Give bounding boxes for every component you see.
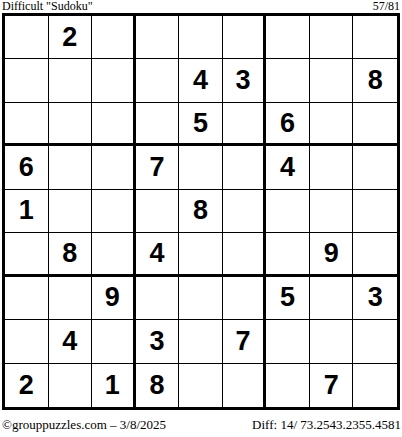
cell-r7c6[interactable] — [223, 277, 267, 320]
cell-r2c6[interactable]: 3 — [223, 59, 267, 102]
cell-r9c7[interactable] — [266, 364, 310, 407]
cell-r2c4[interactable] — [136, 59, 180, 102]
header: Difficult "Sudoku" 57/81 — [2, 0, 400, 13]
cell-r9c4[interactable]: 8 — [136, 364, 180, 407]
cell-r8c8[interactable] — [310, 320, 354, 363]
cell-r4c1[interactable]: 6 — [5, 146, 49, 189]
cell-r5c7[interactable] — [266, 190, 310, 233]
cell-r1c7[interactable] — [266, 16, 310, 59]
footer-copyright: ©grouppuzzles.com – 3/8/2025 — [2, 417, 166, 433]
cell-r3c5[interactable]: 5 — [179, 103, 223, 146]
cell-r9c8[interactable]: 7 — [310, 364, 354, 407]
footer: ©grouppuzzles.com – 3/8/2025 Diff: 14/ 7… — [2, 417, 401, 433]
cell-r6c1[interactable] — [5, 233, 49, 276]
cell-r2c9[interactable]: 8 — [353, 59, 397, 102]
cell-r3c7[interactable]: 6 — [266, 103, 310, 146]
cell-r1c3[interactable] — [92, 16, 136, 59]
cell-r4c2[interactable] — [49, 146, 93, 189]
cell-r1c1[interactable] — [5, 16, 49, 59]
cell-r4c8[interactable] — [310, 146, 354, 189]
footer-difficulty: Diff: 14/ 73.2543.2355.4581 — [252, 417, 401, 433]
cell-r5c3[interactable] — [92, 190, 136, 233]
cell-r6c4[interactable]: 4 — [136, 233, 180, 276]
cell-r7c7[interactable]: 5 — [266, 277, 310, 320]
cell-r9c9[interactable] — [353, 364, 397, 407]
cell-r7c5[interactable] — [179, 277, 223, 320]
cell-r7c2[interactable] — [49, 277, 93, 320]
cell-r2c5[interactable]: 4 — [179, 59, 223, 102]
cell-r3c2[interactable] — [49, 103, 93, 146]
cell-r3c6[interactable] — [223, 103, 267, 146]
cell-r7c9[interactable]: 3 — [353, 277, 397, 320]
cell-r4c5[interactable] — [179, 146, 223, 189]
cell-r1c9[interactable] — [353, 16, 397, 59]
cell-r4c6[interactable] — [223, 146, 267, 189]
cell-r6c2[interactable]: 8 — [49, 233, 93, 276]
cell-r4c4[interactable]: 7 — [136, 146, 180, 189]
cell-r4c7[interactable]: 4 — [266, 146, 310, 189]
cell-r2c7[interactable] — [266, 59, 310, 102]
cell-r6c5[interactable] — [179, 233, 223, 276]
cell-r5c8[interactable] — [310, 190, 354, 233]
cell-r3c1[interactable] — [5, 103, 49, 146]
cell-r3c8[interactable] — [310, 103, 354, 146]
cell-r9c3[interactable]: 1 — [92, 364, 136, 407]
cell-r5c2[interactable] — [49, 190, 93, 233]
cell-r5c6[interactable] — [223, 190, 267, 233]
cell-r8c4[interactable]: 3 — [136, 320, 180, 363]
cell-r7c3[interactable]: 9 — [92, 277, 136, 320]
cell-r5c1[interactable]: 1 — [5, 190, 49, 233]
cell-r4c3[interactable] — [92, 146, 136, 189]
cell-r2c1[interactable] — [5, 59, 49, 102]
cell-r6c6[interactable] — [223, 233, 267, 276]
cell-r9c1[interactable]: 2 — [5, 364, 49, 407]
cell-r7c8[interactable] — [310, 277, 354, 320]
cell-r3c4[interactable] — [136, 103, 180, 146]
cell-r5c4[interactable] — [136, 190, 180, 233]
cell-r7c1[interactable] — [5, 277, 49, 320]
cell-r1c4[interactable] — [136, 16, 180, 59]
cell-r6c7[interactable] — [266, 233, 310, 276]
cell-r6c8[interactable]: 9 — [310, 233, 354, 276]
cell-r8c1[interactable] — [5, 320, 49, 363]
cell-r8c5[interactable] — [179, 320, 223, 363]
cell-r1c2[interactable]: 2 — [49, 16, 93, 59]
puzzle-title: Difficult "Sudoku" — [2, 0, 93, 13]
cell-r8c9[interactable] — [353, 320, 397, 363]
cell-r1c6[interactable] — [223, 16, 267, 59]
cell-r3c9[interactable] — [353, 103, 397, 146]
cell-r6c3[interactable] — [92, 233, 136, 276]
cell-r5c5[interactable]: 8 — [179, 190, 223, 233]
cell-r4c9[interactable] — [353, 146, 397, 189]
cell-r1c8[interactable] — [310, 16, 354, 59]
cell-r2c3[interactable] — [92, 59, 136, 102]
cell-r3c3[interactable] — [92, 103, 136, 146]
cell-r9c2[interactable] — [49, 364, 93, 407]
cell-r9c6[interactable] — [223, 364, 267, 407]
cell-r7c4[interactable] — [136, 277, 180, 320]
cell-r5c9[interactable] — [353, 190, 397, 233]
cell-r2c2[interactable] — [49, 59, 93, 102]
cell-r9c5[interactable] — [179, 364, 223, 407]
cell-r8c2[interactable]: 4 — [49, 320, 93, 363]
empty-cell-counter: 57/81 — [373, 0, 400, 13]
sudoku-board: 243856674188499534372187 — [2, 13, 400, 410]
cell-r1c5[interactable] — [179, 16, 223, 59]
cell-r8c3[interactable] — [92, 320, 136, 363]
cell-r8c7[interactable] — [266, 320, 310, 363]
cell-r2c8[interactable] — [310, 59, 354, 102]
cell-r8c6[interactable]: 7 — [223, 320, 267, 363]
cell-r6c9[interactable] — [353, 233, 397, 276]
